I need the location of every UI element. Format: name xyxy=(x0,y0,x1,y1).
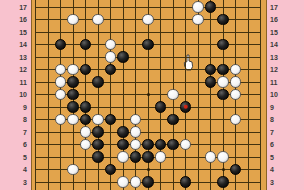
white-stone xyxy=(67,164,79,176)
white-stone xyxy=(217,76,229,88)
row-label-left-8: 8 xyxy=(13,116,27,123)
black-stone xyxy=(67,89,79,101)
row-label-left-12: 12 xyxy=(13,66,27,73)
black-stone xyxy=(92,139,104,151)
white-stone xyxy=(142,14,154,26)
star-point xyxy=(147,168,150,171)
black-stone xyxy=(217,89,229,101)
grid-vline xyxy=(198,0,199,190)
row-label-right-10: 10 xyxy=(270,91,284,98)
grid-vline xyxy=(35,0,36,190)
black-stone xyxy=(67,76,79,88)
white-stone xyxy=(192,14,204,26)
grid-hline xyxy=(35,7,261,8)
black-stone xyxy=(142,139,154,151)
row-label-left-16: 16 xyxy=(13,16,27,23)
black-stone xyxy=(217,39,229,51)
white-stone xyxy=(67,14,79,26)
go-app-screen: 1716151413121110987654317161514131211109… xyxy=(0,0,304,190)
row-label-left-9: 9 xyxy=(13,104,27,111)
white-stone xyxy=(92,114,104,126)
black-stone xyxy=(167,139,179,151)
black-stone xyxy=(117,126,129,138)
row-label-right-9: 9 xyxy=(270,104,284,111)
grid-vline xyxy=(48,0,49,190)
row-label-left-15: 15 xyxy=(13,29,27,36)
black-stone xyxy=(217,14,229,26)
row-label-right-14: 14 xyxy=(270,41,284,48)
row-label-left-13: 13 xyxy=(13,54,27,61)
grid-hline xyxy=(35,132,261,133)
white-stone xyxy=(167,89,179,101)
black-stone xyxy=(117,51,129,63)
white-stone xyxy=(192,1,204,13)
row-label-right-6: 6 xyxy=(270,141,284,148)
grid-vline xyxy=(185,0,186,190)
grid-vline xyxy=(248,0,249,190)
grid-vline xyxy=(110,0,111,190)
row-label-right-15: 15 xyxy=(270,29,284,36)
row-label-left-11: 11 xyxy=(13,79,27,86)
row-label-left-6: 6 xyxy=(13,141,27,148)
black-stone xyxy=(117,139,129,151)
star-point xyxy=(222,168,225,171)
black-stone xyxy=(142,176,154,188)
white-stone xyxy=(217,151,229,163)
black-stone xyxy=(217,176,229,188)
grid-vline xyxy=(85,0,86,190)
row-label-right-17: 17 xyxy=(270,4,284,11)
white-stone xyxy=(117,176,129,188)
white-stone xyxy=(92,14,104,26)
black-stone xyxy=(167,114,179,126)
black-stone xyxy=(92,76,104,88)
white-stone xyxy=(67,64,79,76)
star-point xyxy=(147,93,150,96)
black-stone xyxy=(217,64,229,76)
row-label-left-5: 5 xyxy=(13,154,27,161)
row-label-right-3: 3 xyxy=(270,179,284,186)
row-label-right-12: 12 xyxy=(270,66,284,73)
row-label-left-10: 10 xyxy=(13,91,27,98)
row-label-left-3: 3 xyxy=(13,179,27,186)
grid-hline xyxy=(35,32,261,33)
row-label-left-7: 7 xyxy=(13,129,27,136)
row-label-left-4: 4 xyxy=(13,166,27,173)
grid-vline xyxy=(260,0,261,190)
last-move-marker xyxy=(183,105,188,110)
row-label-right-5: 5 xyxy=(270,154,284,161)
row-label-left-17: 17 xyxy=(13,4,27,11)
grid-hline xyxy=(35,57,261,58)
row-label-left-14: 14 xyxy=(13,41,27,48)
row-label-right-13: 13 xyxy=(270,54,284,61)
white-stone xyxy=(67,114,79,126)
white-stone xyxy=(117,151,129,163)
black-stone xyxy=(142,151,154,163)
black-stone xyxy=(142,39,154,51)
row-label-right-8: 8 xyxy=(270,116,284,123)
row-label-right-4: 4 xyxy=(270,166,284,173)
row-label-right-11: 11 xyxy=(270,79,284,86)
row-label-right-7: 7 xyxy=(270,129,284,136)
black-stone xyxy=(92,151,104,163)
black-stone xyxy=(67,101,79,113)
row-label-right-16: 16 xyxy=(270,16,284,23)
black-stone xyxy=(92,126,104,138)
